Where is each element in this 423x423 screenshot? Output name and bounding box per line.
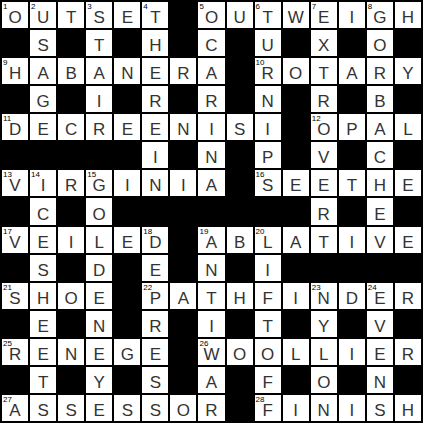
cell-letter: S — [37, 402, 48, 421]
letter-cell-r14c13[interactable]: S — [367, 395, 393, 421]
letter-cell-r4c9[interactable]: I — [255, 114, 281, 140]
letter-cell-r6c14[interactable]: E — [395, 170, 421, 196]
cell-letter: O — [93, 206, 106, 225]
letter-cell-r12c11[interactable]: L — [311, 339, 337, 365]
letter-cell-r6c11[interactable]: E — [311, 170, 337, 196]
cell-letter: O — [8, 9, 21, 28]
letter-cell-r6c2[interactable]: R — [58, 170, 84, 196]
letter-cell-r5c7[interactable]: N — [198, 142, 224, 168]
clue-number: 25 — [3, 339, 12, 348]
cell-letter: R — [374, 65, 386, 84]
letter-cell-r14c14[interactable]: H — [395, 395, 421, 421]
letter-cell-r6c3[interactable]: 15G — [86, 170, 112, 196]
block-cell — [339, 198, 365, 224]
block-cell — [170, 86, 196, 112]
letter-cell-r8c4[interactable]: E — [114, 227, 140, 253]
letter-cell-r4c4[interactable]: E — [114, 114, 140, 140]
letter-cell-r0c13[interactable]: 8G — [367, 2, 393, 28]
cell-letter: I — [349, 9, 354, 28]
block-cell — [395, 198, 421, 224]
cell-letter: C — [37, 206, 49, 225]
letter-cell-r3c9[interactable]: N — [255, 86, 281, 112]
clue-number: 7 — [312, 2, 316, 11]
clue-number: 14 — [31, 170, 40, 179]
letter-cell-r12c0[interactable]: 25R — [2, 339, 28, 365]
letter-cell-r7c3[interactable]: O — [86, 198, 112, 224]
cell-letter: E — [150, 262, 161, 281]
block-cell — [170, 255, 196, 281]
cell-letter: R — [205, 402, 217, 421]
letter-cell-r0c1[interactable]: 2U — [30, 2, 56, 28]
letter-cell-r12c4[interactable]: G — [114, 339, 140, 365]
letter-cell-r1c5[interactable]: H — [142, 30, 168, 56]
letter-cell-r14c6[interactable]: O — [170, 395, 196, 421]
cell-letter: L — [319, 346, 328, 365]
letter-cell-r0c7[interactable]: 5O — [198, 2, 224, 28]
cell-letter: S — [262, 177, 273, 196]
block-cell — [227, 30, 253, 56]
cell-letter: I — [265, 121, 270, 140]
letter-cell-r0c10[interactable]: W — [283, 2, 309, 28]
letter-cell-r0c2[interactable]: T — [58, 2, 84, 28]
block-cell — [58, 30, 84, 56]
block-cell — [339, 367, 365, 393]
letter-cell-r4c1[interactable]: E — [30, 114, 56, 140]
letter-cell-r4c0[interactable]: 11D — [2, 114, 28, 140]
cell-letter: S — [374, 402, 385, 421]
cell-letter: N — [93, 318, 105, 337]
letter-cell-r14c1[interactable]: S — [30, 395, 56, 421]
letter-cell-r0c14[interactable]: H — [395, 2, 421, 28]
clue-number: 6 — [256, 2, 260, 11]
block-cell — [395, 142, 421, 168]
letter-cell-r5c9[interactable]: P — [255, 142, 281, 168]
letter-cell-r12c9[interactable]: O — [255, 339, 281, 365]
letter-cell-r2c7[interactable]: A — [198, 58, 224, 84]
letter-cell-r13c7[interactable]: A — [198, 367, 224, 393]
letter-cell-r10c11[interactable]: 23N — [311, 283, 337, 309]
block-cell — [395, 367, 421, 393]
cell-letter: E — [318, 177, 329, 196]
cell-letter: V — [9, 177, 20, 196]
cell-letter: U — [37, 9, 49, 28]
cell-letter: E — [374, 206, 385, 225]
block-cell — [114, 367, 140, 393]
letter-cell-r3c3[interactable]: I — [86, 86, 112, 112]
cell-letter: O — [317, 121, 330, 140]
cell-letter: I — [209, 121, 214, 140]
block-cell — [2, 255, 28, 281]
letter-cell-r1c13[interactable]: O — [367, 30, 393, 56]
crossword-grid: 1O2UT3SE4T5OU6TW7EI8GHSTHCUXO9HABANERA10… — [0, 0, 423, 423]
cell-letter: E — [402, 177, 413, 196]
letter-cell-r10c6[interactable]: A — [170, 283, 196, 309]
letter-cell-r11c9[interactable]: T — [255, 311, 281, 337]
letter-cell-r4c6[interactable]: N — [170, 114, 196, 140]
letter-cell-r2c14[interactable]: Y — [395, 58, 421, 84]
block-cell — [283, 311, 309, 337]
clue-number: 23 — [312, 283, 321, 292]
cell-letter: X — [318, 37, 329, 56]
letter-cell-r11c13[interactable]: V — [367, 311, 393, 337]
letter-cell-r6c5[interactable]: N — [142, 170, 168, 196]
cell-letter: A — [206, 374, 217, 393]
block-cell — [367, 255, 393, 281]
cell-letter: C — [205, 37, 217, 56]
cell-letter: N — [121, 65, 133, 84]
cell-letter: T — [66, 9, 76, 28]
letter-cell-r8c0[interactable]: 17V — [2, 227, 28, 253]
cell-letter: I — [125, 177, 130, 196]
block-cell — [142, 198, 168, 224]
letter-cell-r11c1[interactable]: E — [30, 311, 56, 337]
letter-cell-r0c9[interactable]: 6T — [255, 2, 281, 28]
letter-cell-r2c5[interactable]: E — [142, 58, 168, 84]
letter-cell-r8c11[interactable]: T — [311, 227, 337, 253]
letter-cell-r5c5[interactable]: I — [142, 142, 168, 168]
cell-letter: A — [346, 65, 357, 84]
cell-letter: O — [65, 290, 78, 309]
letter-cell-r14c9[interactable]: 28F — [255, 395, 281, 421]
letter-cell-r2c4[interactable]: N — [114, 58, 140, 84]
block-cell — [58, 367, 84, 393]
letter-cell-r9c7[interactable]: N — [198, 255, 224, 281]
letter-cell-r9c9[interactable]: I — [255, 255, 281, 281]
letter-cell-r6c4[interactable]: I — [114, 170, 140, 196]
letter-cell-r4c3[interactable]: R — [86, 114, 112, 140]
letter-cell-r6c0[interactable]: 13V — [2, 170, 28, 196]
letter-cell-r8c7[interactable]: 19A — [198, 227, 224, 253]
clue-number: 15 — [87, 170, 96, 179]
letter-cell-r14c4[interactable]: S — [114, 395, 140, 421]
letter-cell-r8c14[interactable]: E — [395, 227, 421, 253]
letter-cell-r13c11[interactable]: O — [311, 367, 337, 393]
block-cell — [170, 339, 196, 365]
cell-letter: G — [121, 346, 134, 365]
block-cell — [283, 198, 309, 224]
letter-cell-r8c1[interactable]: E — [30, 227, 56, 253]
cell-letter: G — [93, 177, 106, 196]
block-cell — [395, 30, 421, 56]
cell-letter: U — [261, 37, 273, 56]
cell-letter: A — [37, 65, 48, 84]
letter-cell-r10c7[interactable]: T — [198, 283, 224, 309]
letter-cell-r3c13[interactable]: B — [367, 86, 393, 112]
cell-letter: H — [37, 290, 49, 309]
letter-cell-r13c1[interactable]: T — [30, 367, 56, 393]
letter-cell-r12c14[interactable]: R — [395, 339, 421, 365]
letter-cell-r6c12[interactable]: T — [339, 170, 365, 196]
letter-cell-r2c10[interactable]: O — [283, 58, 309, 84]
letter-cell-r0c11[interactable]: 7E — [311, 2, 337, 28]
letter-cell-r8c3[interactable]: L — [86, 227, 112, 253]
letter-cell-r1c7[interactable]: C — [198, 30, 224, 56]
cell-letter: E — [122, 121, 133, 140]
cell-letter: N — [318, 402, 330, 421]
letter-cell-r7c1[interactable]: C — [30, 198, 56, 224]
letter-cell-r13c5[interactable]: S — [142, 367, 168, 393]
letter-cell-r14c2[interactable]: S — [58, 395, 84, 421]
letter-cell-r6c9[interactable]: 16S — [255, 170, 281, 196]
letter-cell-r10c3[interactable]: E — [86, 283, 112, 309]
letter-cell-r2c6[interactable]: R — [170, 58, 196, 84]
cell-letter: N — [149, 177, 161, 196]
cell-letter: S — [37, 262, 48, 281]
cell-letter: R — [93, 121, 105, 140]
block-cell — [170, 227, 196, 253]
block-cell — [395, 311, 421, 337]
cell-letter: A — [9, 402, 20, 421]
letter-cell-r5c11[interactable]: V — [311, 142, 337, 168]
block-cell — [283, 114, 309, 140]
cell-letter: E — [150, 65, 161, 84]
letter-cell-r11c11[interactable]: Y — [311, 311, 337, 337]
letter-cell-r5c13[interactable]: C — [367, 142, 393, 168]
block-cell — [86, 142, 112, 168]
cell-letter: O — [261, 346, 274, 365]
letter-cell-r0c8[interactable]: U — [227, 2, 253, 28]
block-cell — [114, 30, 140, 56]
cell-letter: H — [9, 65, 21, 84]
cell-letter: I — [209, 318, 214, 337]
clue-number: 9 — [3, 58, 7, 67]
letter-cell-r0c4[interactable]: E — [114, 2, 140, 28]
block-cell — [2, 142, 28, 168]
letter-cell-r4c13[interactable]: A — [367, 114, 393, 140]
letter-cell-r8c8[interactable]: B — [227, 227, 253, 253]
cell-letter: E — [374, 290, 385, 309]
letter-cell-r4c12[interactable]: P — [339, 114, 365, 140]
letter-cell-r12c1[interactable]: E — [30, 339, 56, 365]
letter-cell-r10c10[interactable]: I — [283, 283, 309, 309]
letter-cell-r1c1[interactable]: S — [30, 30, 56, 56]
cell-letter: E — [37, 121, 48, 140]
letter-cell-r4c11[interactable]: 12O — [311, 114, 337, 140]
letter-cell-r12c10[interactable]: L — [283, 339, 309, 365]
clue-number: 16 — [256, 170, 265, 179]
cell-letter: H — [402, 9, 414, 28]
letter-cell-r6c1[interactable]: 14I — [30, 170, 56, 196]
letter-cell-r4c5[interactable]: E — [142, 114, 168, 140]
clue-number: 11 — [3, 114, 11, 123]
cell-letter: D — [346, 290, 358, 309]
cell-letter: H — [402, 402, 414, 421]
clue-number: 13 — [3, 170, 12, 179]
block-cell — [283, 255, 309, 281]
cell-letter: D — [149, 234, 161, 253]
letter-cell-r14c3[interactable]: E — [86, 395, 112, 421]
block-cell — [2, 311, 28, 337]
letter-cell-r3c1[interactable]: G — [30, 86, 56, 112]
cell-letter: H — [233, 290, 245, 309]
letter-cell-r4c7[interactable]: I — [198, 114, 224, 140]
cell-letter: C — [65, 121, 77, 140]
cell-letter: E — [94, 402, 105, 421]
cell-letter: T — [262, 9, 272, 28]
cell-letter: O — [317, 374, 330, 393]
cell-letter: Y — [318, 318, 329, 337]
letter-cell-r8c10[interactable]: A — [283, 227, 309, 253]
cell-letter: T — [262, 318, 272, 337]
cell-letter: E — [290, 177, 301, 196]
letter-cell-r10c5[interactable]: 22P — [142, 283, 168, 309]
cell-letter: G — [36, 93, 49, 112]
letter-cell-r2c9[interactable]: 10R — [255, 58, 281, 84]
cell-letter: R — [318, 93, 330, 112]
cell-letter: E — [94, 290, 105, 309]
letter-cell-r12c7[interactable]: 26W — [198, 339, 224, 365]
cell-letter: A — [94, 65, 105, 84]
block-cell — [395, 255, 421, 281]
block-cell — [283, 30, 309, 56]
cell-letter: W — [203, 346, 219, 365]
block-cell — [58, 198, 84, 224]
block-cell — [283, 367, 309, 393]
block-cell — [227, 142, 253, 168]
letter-cell-r9c5[interactable]: E — [142, 255, 168, 281]
letter-cell-r2c13[interactable]: R — [367, 58, 393, 84]
cell-letter: R — [177, 65, 189, 84]
letter-cell-r8c2[interactable]: I — [58, 227, 84, 253]
letter-cell-r3c7[interactable]: R — [198, 86, 224, 112]
cell-letter: D — [9, 121, 21, 140]
letter-cell-r7c11[interactable]: R — [311, 198, 337, 224]
letter-cell-r13c3[interactable]: Y — [86, 367, 112, 393]
letter-cell-r0c5[interactable]: 4T — [142, 2, 168, 28]
letter-cell-r12c12[interactable]: I — [339, 339, 365, 365]
block-cell — [227, 367, 253, 393]
letter-cell-r9c3[interactable]: D — [86, 255, 112, 281]
letter-cell-r14c5[interactable]: S — [142, 395, 168, 421]
letter-cell-r6c10[interactable]: E — [283, 170, 309, 196]
letter-cell-r12c13[interactable]: E — [367, 339, 393, 365]
clue-number: 3 — [87, 2, 91, 11]
clue-number: 1 — [3, 2, 7, 11]
letter-cell-r6c13[interactable]: H — [367, 170, 393, 196]
letter-cell-r12c3[interactable]: E — [86, 339, 112, 365]
cell-letter: P — [150, 290, 161, 309]
letter-cell-r13c13[interactable]: N — [367, 367, 393, 393]
letter-cell-r1c9[interactable]: U — [255, 30, 281, 56]
letter-cell-r6c7[interactable]: A — [198, 170, 224, 196]
cell-letter: H — [149, 37, 161, 56]
letter-cell-r14c11[interactable]: N — [311, 395, 337, 421]
block-cell — [170, 2, 196, 28]
cell-letter: F — [262, 374, 272, 393]
letter-cell-r14c7[interactable]: R — [198, 395, 224, 421]
letter-cell-r8c13[interactable]: V — [367, 227, 393, 253]
letter-cell-r10c9[interactable]: F — [255, 283, 281, 309]
letter-cell-r10c14[interactable]: R — [395, 283, 421, 309]
cell-letter: S — [94, 9, 105, 28]
letter-cell-r6c6[interactable]: I — [170, 170, 196, 196]
cell-letter: I — [293, 402, 298, 421]
letter-cell-r11c3[interactable]: N — [86, 311, 112, 337]
letter-cell-r13c9[interactable]: F — [255, 367, 281, 393]
cell-letter: I — [181, 177, 186, 196]
cell-letter: O — [177, 402, 190, 421]
letter-cell-r10c12[interactable]: D — [339, 283, 365, 309]
cell-letter: B — [234, 234, 245, 253]
letter-cell-r9c1[interactable]: S — [30, 255, 56, 281]
block-cell — [395, 86, 421, 112]
block-cell — [170, 30, 196, 56]
letter-cell-r0c0[interactable]: 1O — [2, 2, 28, 28]
cell-letter: Y — [94, 374, 105, 393]
letter-cell-r7c13[interactable]: E — [367, 198, 393, 224]
letter-cell-r0c3[interactable]: 3S — [86, 2, 112, 28]
letter-cell-r11c5[interactable]: R — [142, 311, 168, 337]
cell-letter: E — [37, 346, 48, 365]
letter-cell-r2c1[interactable]: A — [30, 58, 56, 84]
cell-letter: R — [402, 346, 414, 365]
cell-letter: R — [318, 206, 330, 225]
clue-number: 28 — [256, 395, 265, 404]
letter-cell-r2c3[interactable]: A — [86, 58, 112, 84]
letter-cell-r3c11[interactable]: R — [311, 86, 337, 112]
letter-cell-r2c12[interactable]: A — [339, 58, 365, 84]
letter-cell-r12c5[interactable]: E — [142, 339, 168, 365]
letter-cell-r14c0[interactable]: 27A — [2, 395, 28, 421]
cell-letter: P — [346, 121, 357, 140]
letter-cell-r10c13[interactable]: 24E — [367, 283, 393, 309]
cell-letter: O — [233, 346, 246, 365]
block-cell — [2, 198, 28, 224]
letter-cell-r10c2[interactable]: O — [58, 283, 84, 309]
letter-cell-r1c11[interactable]: X — [311, 30, 337, 56]
cell-letter: S — [122, 402, 133, 421]
letter-cell-r4c2[interactable]: C — [58, 114, 84, 140]
letter-cell-r2c2[interactable]: B — [58, 58, 84, 84]
cell-letter: N — [177, 121, 189, 140]
letter-cell-r2c0[interactable]: 9H — [2, 58, 28, 84]
cell-letter: N — [205, 149, 217, 168]
letter-cell-r0c12[interactable]: I — [339, 2, 365, 28]
block-cell — [227, 198, 253, 224]
letter-cell-r3c5[interactable]: R — [142, 86, 168, 112]
letter-cell-r1c3[interactable]: T — [86, 30, 112, 56]
letter-cell-r4c8[interactable]: S — [227, 114, 253, 140]
letter-cell-r2c11[interactable]: T — [311, 58, 337, 84]
block-cell — [114, 255, 140, 281]
clue-number: 26 — [199, 339, 208, 348]
cell-letter: S — [234, 121, 245, 140]
block-cell — [114, 283, 140, 309]
clue-number: 4 — [143, 2, 147, 11]
letter-cell-r8c9[interactable]: 20L — [255, 227, 281, 253]
block-cell — [58, 86, 84, 112]
letter-cell-r12c2[interactable]: N — [58, 339, 84, 365]
cell-letter: S — [150, 402, 161, 421]
letter-cell-r14c10[interactable]: I — [283, 395, 309, 421]
block-cell — [339, 30, 365, 56]
cell-letter: T — [319, 234, 329, 253]
cell-letter: E — [94, 346, 105, 365]
letter-cell-r11c7[interactable]: I — [198, 311, 224, 337]
block-cell — [255, 198, 281, 224]
letter-cell-r8c12[interactable]: I — [339, 227, 365, 253]
letter-cell-r10c1[interactable]: H — [30, 283, 56, 309]
letter-cell-r10c0[interactable]: 21S — [2, 283, 28, 309]
letter-cell-r12c8[interactable]: O — [227, 339, 253, 365]
letter-cell-r10c8[interactable]: H — [227, 283, 253, 309]
block-cell — [114, 311, 140, 337]
letter-cell-r8c5[interactable]: 18D — [142, 227, 168, 253]
cell-letter: G — [373, 9, 386, 28]
letter-cell-r4c14[interactable]: L — [395, 114, 421, 140]
cell-letter: E — [122, 234, 133, 253]
letter-cell-r14c12[interactable]: I — [339, 395, 365, 421]
